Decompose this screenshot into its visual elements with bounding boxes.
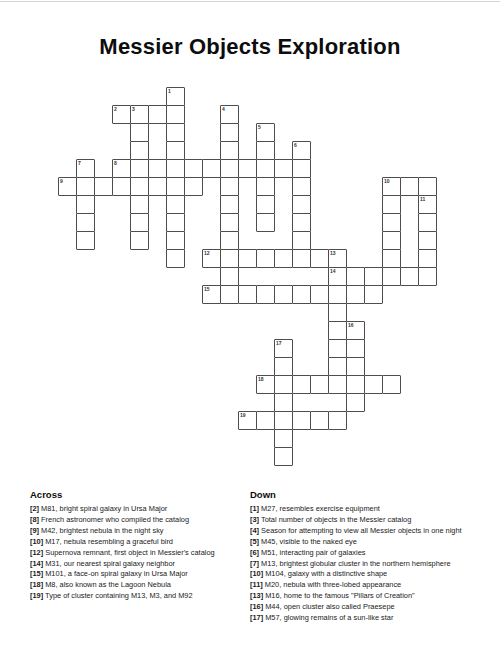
crossword-cell[interactable] xyxy=(220,213,239,232)
crossword-cell[interactable] xyxy=(292,177,311,196)
down-clue-list: [1] M27, resembles exercise equipment[3]… xyxy=(250,504,476,624)
down-clue: [1] M27, resembles exercise equipment xyxy=(250,504,476,515)
crossword-cell[interactable] xyxy=(256,177,275,196)
crossword-cell[interactable]: 1 xyxy=(166,87,185,106)
crossword-cell[interactable] xyxy=(112,177,131,196)
down-clue: [5] M45, visible to the naked eye xyxy=(250,537,476,548)
crossword-cell[interactable] xyxy=(94,177,113,196)
crossword-cell[interactable] xyxy=(418,177,437,196)
crossword-cell[interactable] xyxy=(346,285,365,304)
crossword-cell[interactable] xyxy=(148,105,167,124)
crossword-cell[interactable] xyxy=(382,375,401,394)
clue-number-label: [14] xyxy=(30,559,43,568)
crossword-cell[interactable] xyxy=(328,357,347,376)
clue-number-label: [5] xyxy=(250,537,259,546)
crossword-cell[interactable] xyxy=(382,213,401,232)
crossword-cell[interactable] xyxy=(328,411,347,430)
crossword-cell[interactable] xyxy=(76,213,95,232)
crossword-cell[interactable] xyxy=(220,195,239,214)
clue-number-label: [13] xyxy=(250,591,263,600)
crossword-cell[interactable] xyxy=(166,195,185,214)
crossword-cell[interactable] xyxy=(328,285,347,304)
crossword-cell[interactable] xyxy=(364,375,383,394)
crossword-cell[interactable] xyxy=(166,123,185,142)
crossword-cell[interactable] xyxy=(130,141,149,160)
across-clue: [18] M8, also known as the Lagoon Nebula xyxy=(30,580,244,591)
crossword-cell[interactable] xyxy=(166,177,185,196)
crossword-page: { "game": "crossword", "title": "Messier… xyxy=(0,0,500,647)
crossword-cell[interactable] xyxy=(256,159,275,178)
crossword-cell[interactable] xyxy=(400,177,419,196)
clue-number: 16 xyxy=(348,322,354,328)
crossword-cell[interactable] xyxy=(310,285,329,304)
crossword-cell[interactable]: 5 xyxy=(256,123,275,142)
crossword-cell[interactable] xyxy=(274,393,293,412)
crossword-cell[interactable] xyxy=(346,393,365,412)
down-clue: [3] Total number of objects in the Messi… xyxy=(250,515,476,526)
window-top-edge xyxy=(0,1,500,2)
crossword-cell[interactable] xyxy=(220,141,239,160)
crossword-cell[interactable]: 6 xyxy=(292,141,311,160)
down-clue: [6] M51, interacting pair of galaxies xyxy=(250,548,476,559)
across-clue: [2] M81, bright spiral galaxy in Ursa Ma… xyxy=(30,504,244,515)
crossword-cell[interactable] xyxy=(130,159,149,178)
crossword-cell[interactable] xyxy=(256,285,275,304)
crossword-cell[interactable] xyxy=(220,267,239,286)
across-clue: [14] M31, our nearest spiral galaxy neig… xyxy=(30,559,244,570)
crossword-cell[interactable] xyxy=(310,249,329,268)
clue-number: 15 xyxy=(204,286,210,292)
crossword-cell[interactable] xyxy=(418,249,437,268)
crossword-cell[interactable] xyxy=(274,447,293,466)
crossword-cell[interactable] xyxy=(76,231,95,250)
clue-number-label: [1] xyxy=(250,504,259,513)
crossword-cell[interactable] xyxy=(220,285,239,304)
across-heading: Across xyxy=(30,489,244,500)
across-clue: [8] French astronomer who compiled the c… xyxy=(30,515,244,526)
crossword-cell[interactable] xyxy=(184,159,203,178)
crossword-cell[interactable]: 10 xyxy=(382,177,401,196)
crossword-cell[interactable] xyxy=(166,141,185,160)
clue-number: 11 xyxy=(420,196,425,202)
crossword-cell[interactable] xyxy=(274,357,293,376)
crossword-cell[interactable] xyxy=(328,375,347,394)
crossword-cell[interactable] xyxy=(274,249,293,268)
crossword-cell[interactable] xyxy=(346,267,365,286)
clue-number-label: [15] xyxy=(30,569,43,578)
across-clue: [10] M17, nebula resembling a graceful b… xyxy=(30,537,244,548)
crossword-cell[interactable]: 14 xyxy=(328,267,347,286)
clue-number-label: [16] xyxy=(250,602,263,611)
down-clue: [10] M104, galaxy with a distinctive sha… xyxy=(250,569,476,580)
crossword-cell[interactable]: 11 xyxy=(418,195,437,214)
crossword-cell[interactable] xyxy=(256,195,275,214)
crossword-cell[interactable] xyxy=(328,303,347,322)
clue-number: 1 xyxy=(168,88,171,94)
down-clue: [7] M13, brightest globular cluster in t… xyxy=(250,559,476,570)
clue-number-label: [12] xyxy=(30,548,43,557)
crossword-cell[interactable] xyxy=(292,411,311,430)
crossword-cell[interactable] xyxy=(274,159,293,178)
crossword-cell[interactable] xyxy=(292,159,311,178)
crossword-cell[interactable]: 13 xyxy=(328,249,347,268)
crossword-cell[interactable] xyxy=(292,195,311,214)
down-clue: [16] M44, open cluster also called Praes… xyxy=(250,602,476,613)
clue-number-label: [10] xyxy=(30,537,43,546)
down-clue: [17] M57, glowing remains of a sun-like … xyxy=(250,613,476,624)
clue-number-label: [18] xyxy=(30,580,43,589)
clue-number: 7 xyxy=(78,160,81,166)
crossword-cell[interactable] xyxy=(382,249,401,268)
crossword-cell[interactable]: 16 xyxy=(346,321,365,340)
crossword-cell[interactable] xyxy=(166,213,185,232)
crossword-cell[interactable] xyxy=(274,429,293,448)
crossword-cell[interactable] xyxy=(346,375,365,394)
crossword-cell[interactable] xyxy=(256,411,275,430)
crossword-cell[interactable] xyxy=(130,123,149,142)
crossword-cell[interactable] xyxy=(130,177,149,196)
clue-number-label: [10] xyxy=(250,569,263,578)
clue-number: 3 xyxy=(132,106,135,112)
clue-number: 4 xyxy=(222,106,225,112)
crossword-cell[interactable] xyxy=(184,177,203,196)
crossword-cell[interactable] xyxy=(238,285,257,304)
crossword-cell[interactable] xyxy=(238,249,257,268)
crossword-cell[interactable]: 9 xyxy=(58,177,77,196)
crossword-cell[interactable]: 12 xyxy=(202,249,221,268)
crossword-cell[interactable] xyxy=(328,339,347,358)
crossword-cell[interactable]: 4 xyxy=(220,105,239,124)
crossword-cell[interactable] xyxy=(292,213,311,232)
clue-number: 13 xyxy=(330,250,336,256)
crossword-cell[interactable] xyxy=(400,267,419,286)
crossword-cell[interactable] xyxy=(418,231,437,250)
clue-number: 2 xyxy=(114,106,117,112)
crossword-cell[interactable] xyxy=(166,231,185,250)
clue-number-label: [7] xyxy=(250,559,259,568)
clue-number: 9 xyxy=(60,178,63,184)
clue-number: 6 xyxy=(294,142,297,148)
clue-number-label: [17] xyxy=(250,613,263,622)
crossword-cell[interactable] xyxy=(256,213,275,232)
down-clue: [13] M16, home to the famous "Pillars of… xyxy=(250,591,476,602)
crossword-cell[interactable] xyxy=(130,231,149,250)
crossword-cell[interactable] xyxy=(418,267,437,286)
crossword-cell[interactable] xyxy=(130,195,149,214)
down-clue: [4] Season for attempting to view all Me… xyxy=(250,526,476,537)
crossword-cell[interactable]: 8 xyxy=(112,159,131,178)
clue-number-label: [8] xyxy=(30,515,39,524)
crossword-cell[interactable]: 3 xyxy=(130,105,149,124)
crossword-cell[interactable] xyxy=(346,357,365,376)
crossword-cell[interactable] xyxy=(148,159,167,178)
clue-number-label: [6] xyxy=(250,548,259,557)
crossword-cell[interactable] xyxy=(130,213,149,232)
clue-number: 10 xyxy=(384,178,390,184)
down-clues-column: Down [1] M27, resembles exercise equipme… xyxy=(250,489,476,624)
crossword-cell[interactable] xyxy=(76,177,95,196)
crossword-cell[interactable] xyxy=(202,159,221,178)
clue-number: 5 xyxy=(258,124,261,130)
crossword-cell[interactable] xyxy=(292,375,311,394)
crossword-cell[interactable] xyxy=(382,231,401,250)
crossword-cell[interactable] xyxy=(76,195,95,214)
crossword-cell[interactable] xyxy=(220,231,239,250)
crossword-cell[interactable] xyxy=(148,177,167,196)
across-clue: [12] Supernova remnant, first object in … xyxy=(30,548,244,559)
down-clue: [11] M20, nebula with three-lobed appear… xyxy=(250,580,476,591)
crossword-cell[interactable] xyxy=(274,411,293,430)
crossword-cell[interactable] xyxy=(166,105,185,124)
crossword-cell[interactable] xyxy=(328,321,347,340)
across-clue: [19] Type of cluster containing M13, M3,… xyxy=(30,591,244,602)
crossword-cell[interactable] xyxy=(364,285,383,304)
crossword-cell[interactable] xyxy=(220,123,239,142)
clue-number-label: [2] xyxy=(30,504,39,513)
crossword-cell[interactable]: 17 xyxy=(274,339,293,358)
down-heading: Down xyxy=(250,489,476,500)
crossword-cell[interactable] xyxy=(220,249,239,268)
clue-number-label: [3] xyxy=(250,515,259,524)
crossword-cell[interactable] xyxy=(382,195,401,214)
crossword-cell[interactable] xyxy=(346,339,365,358)
crossword-cell[interactable]: 2 xyxy=(112,105,131,124)
clue-number: 18 xyxy=(258,376,264,382)
crossword-cell[interactable] xyxy=(274,285,293,304)
page-title: Messier Objects Exploration xyxy=(0,34,500,60)
across-clue: [15] M101, a face-on spiral galaxy in Ur… xyxy=(30,569,244,580)
crossword-cell[interactable] xyxy=(274,375,293,394)
crossword-cell[interactable] xyxy=(238,159,257,178)
crossword-cell[interactable] xyxy=(220,177,239,196)
clue-number-label: [19] xyxy=(30,591,43,600)
crossword-cell[interactable]: 18 xyxy=(256,375,275,394)
across-clue: [9] M42, brightest nebula in the night s… xyxy=(30,526,244,537)
crossword-cell[interactable] xyxy=(292,231,311,250)
clue-number: 8 xyxy=(114,160,117,166)
clue-number-label: [9] xyxy=(30,526,39,535)
crossword-cell[interactable] xyxy=(292,285,311,304)
crossword-cell[interactable] xyxy=(166,159,185,178)
crossword-cell[interactable] xyxy=(418,213,437,232)
across-clues-column: Across [2] M81, bright spiral galaxy in … xyxy=(30,489,244,602)
clue-number-label: [4] xyxy=(250,526,259,535)
crossword-cell[interactable] xyxy=(166,249,185,268)
crossword-cell[interactable] xyxy=(382,267,401,286)
crossword-cell[interactable] xyxy=(364,267,383,286)
crossword-board: 12345678910111213141516171819 xyxy=(58,87,437,466)
crossword-cell[interactable]: 15 xyxy=(202,285,221,304)
clue-number-label: [11] xyxy=(250,580,263,589)
crossword-cell[interactable]: 7 xyxy=(76,159,95,178)
crossword-cell[interactable] xyxy=(256,249,275,268)
crossword-cell[interactable]: 19 xyxy=(238,411,257,430)
crossword-cell[interactable] xyxy=(256,141,275,160)
crossword-cell[interactable] xyxy=(310,375,329,394)
crossword-cell[interactable] xyxy=(310,411,329,430)
clue-number: 19 xyxy=(240,412,246,418)
clue-number: 17 xyxy=(276,340,282,346)
clue-number: 14 xyxy=(330,268,336,274)
clue-number: 12 xyxy=(204,250,210,256)
crossword-cell[interactable] xyxy=(220,159,239,178)
across-clue-list: [2] M81, bright spiral galaxy in Ursa Ma… xyxy=(30,504,244,602)
crossword-cell[interactable] xyxy=(292,249,311,268)
